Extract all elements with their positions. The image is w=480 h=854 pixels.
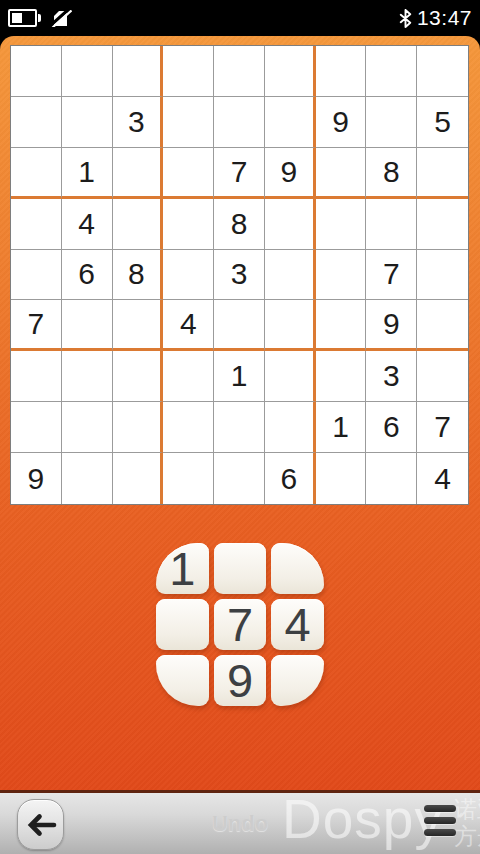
cell-r9c1[interactable]: 9 xyxy=(11,453,62,504)
cell-r8c1[interactable] xyxy=(11,402,62,453)
cell-r3c3[interactable] xyxy=(113,148,164,199)
cell-r3c1[interactable] xyxy=(11,148,62,199)
menu-button[interactable] xyxy=(424,805,456,836)
cell-r1c6[interactable] xyxy=(265,46,316,97)
status-bar: 13:47 xyxy=(0,0,480,36)
cell-r1c7[interactable] xyxy=(316,46,367,97)
cell-r6c3[interactable] xyxy=(113,300,164,351)
cell-r4c3[interactable] xyxy=(113,199,164,250)
logo-tile-r3c3 xyxy=(271,655,324,706)
cell-r7c7[interactable] xyxy=(316,351,367,402)
logo-tile-r3c2: 9 xyxy=(214,655,267,706)
cell-r2c8[interactable] xyxy=(366,97,417,148)
cell-r5c5[interactable]: 3 xyxy=(214,250,265,301)
cell-r3c7[interactable] xyxy=(316,148,367,199)
cell-r9c5[interactable] xyxy=(214,453,265,504)
cell-r8c6[interactable] xyxy=(265,402,316,453)
clock: 13:47 xyxy=(417,6,472,30)
cell-r1c3[interactable] xyxy=(113,46,164,97)
cell-r6c2[interactable] xyxy=(62,300,113,351)
cell-r1c8[interactable] xyxy=(366,46,417,97)
cell-r3c5[interactable]: 7 xyxy=(214,148,265,199)
cell-r9c7[interactable] xyxy=(316,453,367,504)
cell-r2c4[interactable] xyxy=(163,97,214,148)
cell-r3c2[interactable]: 1 xyxy=(62,148,113,199)
cell-r7c1[interactable] xyxy=(11,351,62,402)
cell-r4c1[interactable] xyxy=(11,199,62,250)
cell-r1c9[interactable] xyxy=(417,46,468,97)
cell-r4c4[interactable] xyxy=(163,199,214,250)
cell-r8c7[interactable]: 1 xyxy=(316,402,367,453)
cell-r7c9[interactable] xyxy=(417,351,468,402)
cell-r8c5[interactable] xyxy=(214,402,265,453)
cell-r5c8[interactable]: 7 xyxy=(366,250,417,301)
sudoku-app-logo: 1749 xyxy=(156,543,324,706)
sudoku-board[interactable]: 395179848683774913167964 xyxy=(10,45,469,505)
logo-tile-r2c3: 4 xyxy=(271,599,324,650)
cell-r6c8[interactable]: 9 xyxy=(366,300,417,351)
cell-r8c4[interactable] xyxy=(163,402,214,453)
cell-r4c5[interactable]: 8 xyxy=(214,199,265,250)
cell-r8c2[interactable] xyxy=(62,402,113,453)
cell-r3c9[interactable] xyxy=(417,148,468,199)
cell-r5c4[interactable] xyxy=(163,250,214,301)
cell-r4c6[interactable] xyxy=(265,199,316,250)
cell-r7c3[interactable] xyxy=(113,351,164,402)
cell-r7c6[interactable] xyxy=(265,351,316,402)
cell-r6c6[interactable] xyxy=(265,300,316,351)
bluetooth-icon xyxy=(399,9,412,28)
cell-r1c5[interactable] xyxy=(214,46,265,97)
cell-r9c2[interactable] xyxy=(62,453,113,504)
cell-r9c6[interactable]: 6 xyxy=(265,453,316,504)
cell-r9c3[interactable] xyxy=(113,453,164,504)
logo-tile-r1c2 xyxy=(214,543,267,594)
logo-tile-r3c1 xyxy=(156,655,209,706)
cell-r6c9[interactable] xyxy=(417,300,468,351)
cell-r8c3[interactable] xyxy=(113,402,164,453)
cell-r5c9[interactable] xyxy=(417,250,468,301)
cell-r6c4[interactable]: 4 xyxy=(163,300,214,351)
cell-r5c6[interactable] xyxy=(265,250,316,301)
cell-r2c9[interactable]: 5 xyxy=(417,97,468,148)
battery-icon xyxy=(8,9,37,27)
cell-r3c6[interactable]: 9 xyxy=(265,148,316,199)
cell-r6c5[interactable] xyxy=(214,300,265,351)
cell-r3c4[interactable] xyxy=(163,148,214,199)
cell-r9c9[interactable]: 4 xyxy=(417,453,468,504)
cell-r2c2[interactable] xyxy=(62,97,113,148)
toolbar: Dospy 诺亚 方舟 Undo xyxy=(0,790,480,854)
cell-r2c6[interactable] xyxy=(265,97,316,148)
cell-r5c7[interactable] xyxy=(316,250,367,301)
game-background: 395179848683774913167964 1749 xyxy=(0,36,480,790)
cell-r4c2[interactable]: 4 xyxy=(62,199,113,250)
logo-tile-r2c1 xyxy=(156,599,209,650)
cell-r7c5[interactable]: 1 xyxy=(214,351,265,402)
cell-r6c1[interactable]: 7 xyxy=(11,300,62,351)
cell-r9c8[interactable] xyxy=(366,453,417,504)
cell-r7c8[interactable]: 3 xyxy=(366,351,417,402)
menu-icon xyxy=(424,805,456,812)
cell-r5c2[interactable]: 6 xyxy=(62,250,113,301)
logo-tile-r1c3 xyxy=(271,543,324,594)
cell-r4c7[interactable] xyxy=(316,199,367,250)
cell-r5c3[interactable]: 8 xyxy=(113,250,164,301)
cell-r1c1[interactable] xyxy=(11,46,62,97)
cell-r6c7[interactable] xyxy=(316,300,367,351)
cell-r2c1[interactable] xyxy=(11,97,62,148)
cell-r7c2[interactable] xyxy=(62,351,113,402)
cell-r4c8[interactable] xyxy=(366,199,417,250)
logo-tile-r2c2: 7 xyxy=(214,599,267,650)
cell-r9c4[interactable] xyxy=(163,453,214,504)
cell-r2c7[interactable]: 9 xyxy=(316,97,367,148)
cell-r8c8[interactable]: 6 xyxy=(366,402,417,453)
logo-tile-r1c1: 1 xyxy=(156,543,209,594)
cell-r7c4[interactable] xyxy=(163,351,214,402)
cell-r3c8[interactable]: 8 xyxy=(366,148,417,199)
cell-r1c4[interactable] xyxy=(163,46,214,97)
cell-r2c3[interactable]: 3 xyxy=(113,97,164,148)
sim-disabled-icon xyxy=(49,10,72,27)
cell-r5c1[interactable] xyxy=(11,250,62,301)
undo-button[interactable]: Undo xyxy=(0,811,480,837)
cell-r2c5[interactable] xyxy=(214,97,265,148)
cell-r1c2[interactable] xyxy=(62,46,113,97)
cell-r4c9[interactable] xyxy=(417,199,468,250)
cell-r8c9[interactable]: 7 xyxy=(417,402,468,453)
